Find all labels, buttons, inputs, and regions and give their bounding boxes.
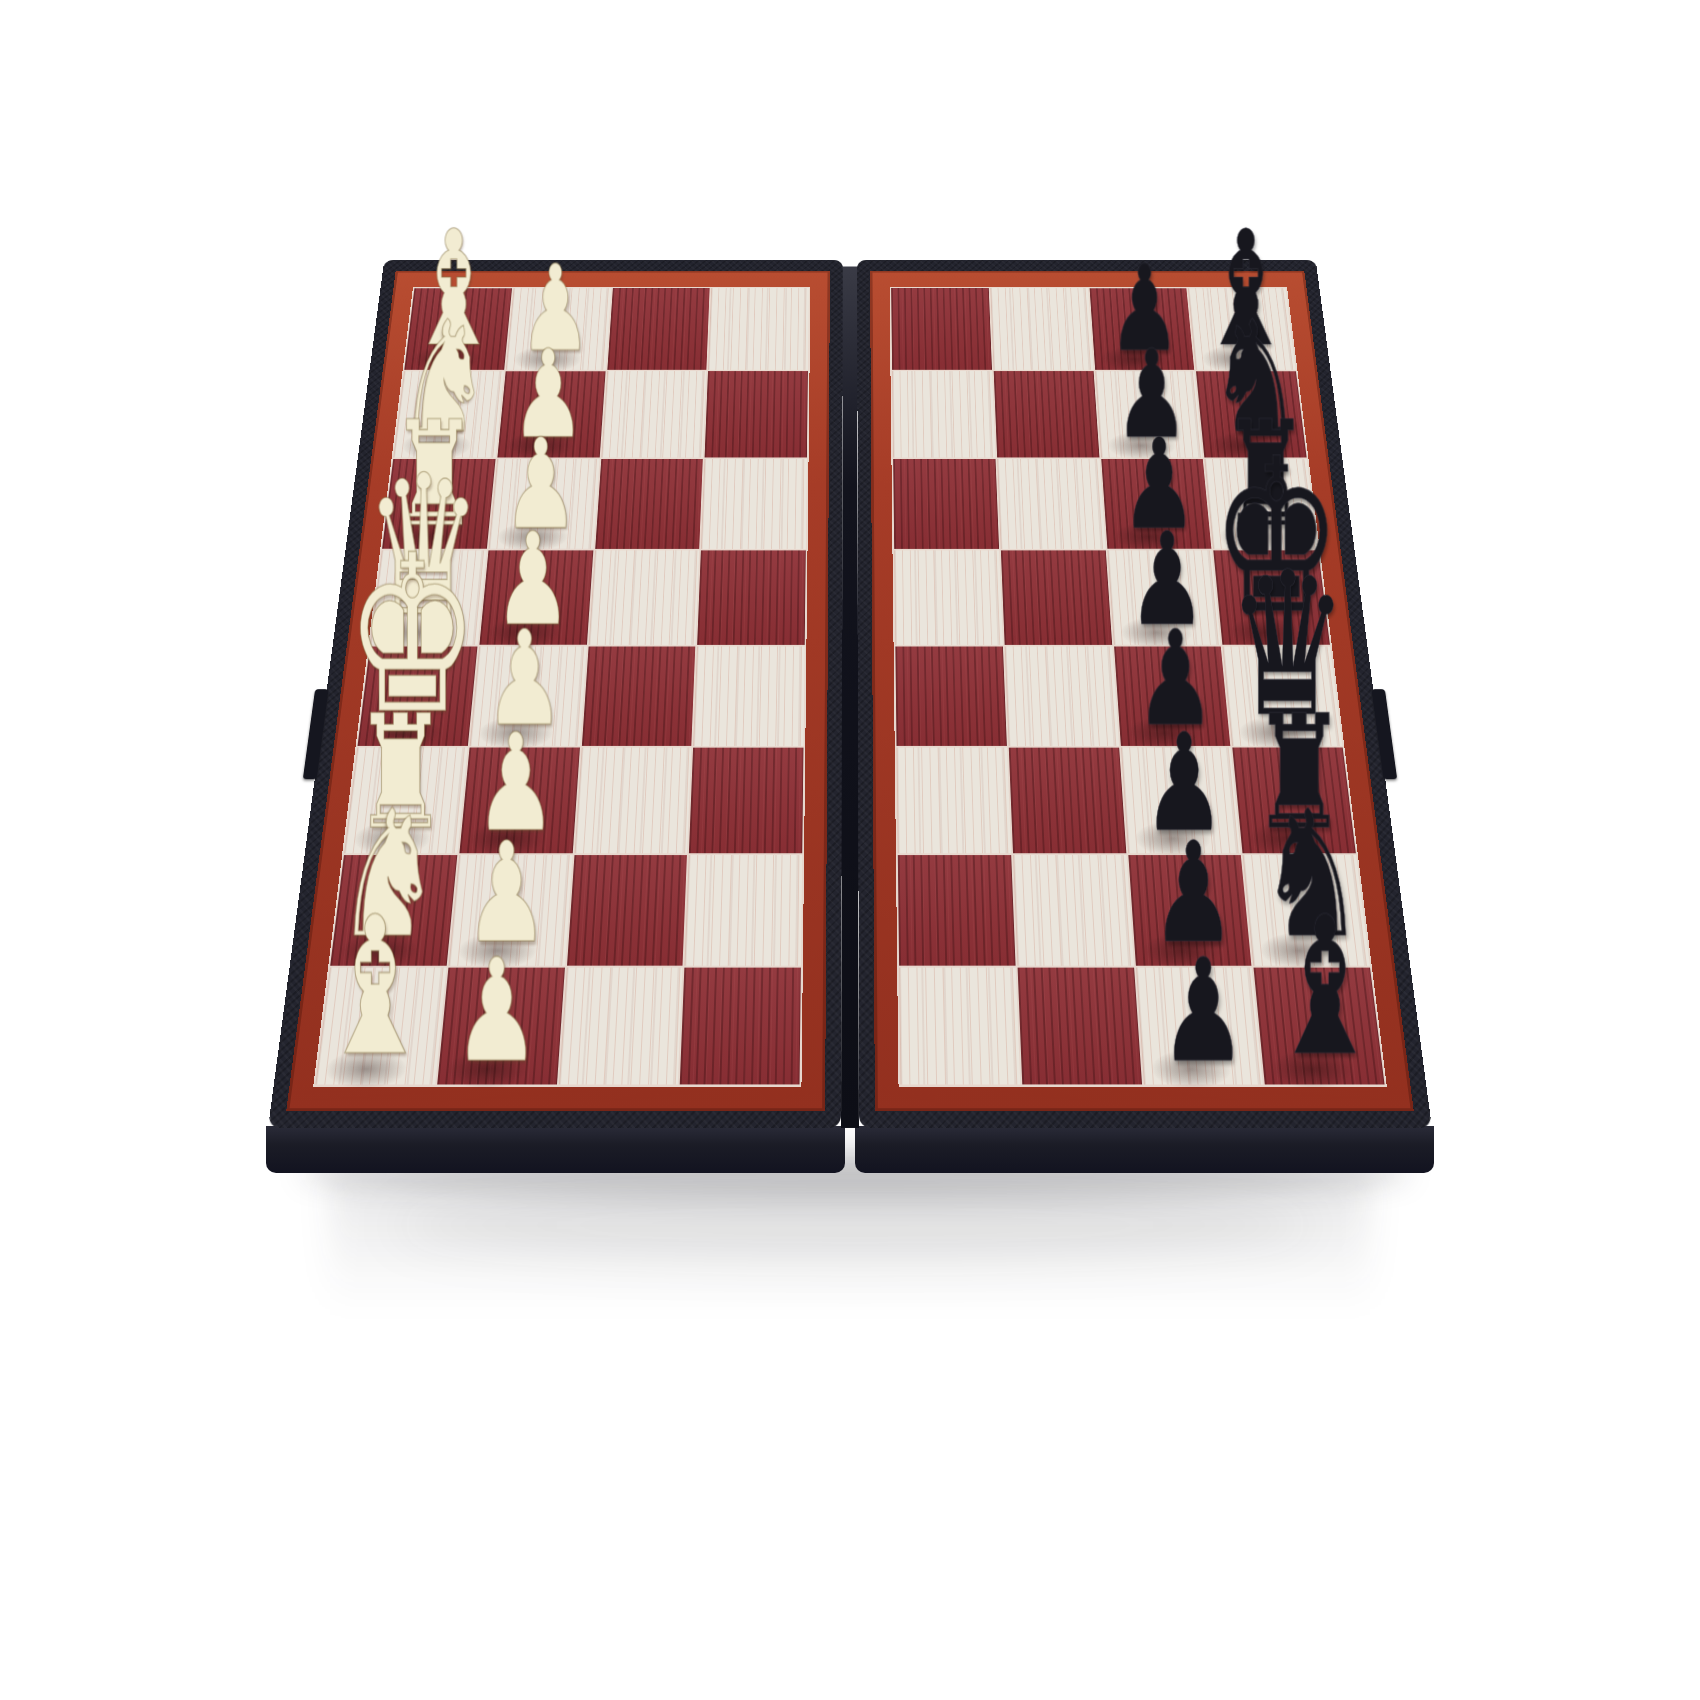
square-r0-c4 [891,288,992,370]
square-r6-c4 [898,855,1016,966]
square-r0-c3 [708,288,809,370]
square-r2-c3 [701,459,807,549]
product-photo: ♝♟♞♟♜♟♛♟♚♟♜♟♞♟♝♟♟♝♟♞♟♜♟♚♟♛♟♜♟♞♟♝ [0,0,1700,1700]
left-clasp [303,689,329,779]
square-r2-c5 [997,459,1105,549]
board-side-wall [266,1126,1434,1173]
checker-grid: ♟♝♟♞♟♜♟♚♟♛♟♜♟♞♟♝ [890,287,1387,1087]
square-r6-c5 [1013,855,1134,966]
square-r3-c2 [588,550,699,645]
board-side-wall-left [266,1126,845,1173]
square-r5-c2 [574,748,691,853]
hinge [841,266,859,1128]
square-r4-c2 [581,646,695,746]
square-r1-c4 [892,371,995,457]
square-r4-c5 [1004,646,1118,746]
chess-set-scene: ♝♟♞♟♜♟♛♟♚♟♜♟♞♟♝♟♟♝♟♞♟♜♟♚♟♛♟♜♟♞♟♝ [268,92,1432,1128]
board-right-half: ♟♝♟♞♟♜♟♚♟♛♟♜♟♞♟♝ [857,260,1432,1128]
square-r7-c5 [1017,967,1141,1084]
square-r7-c2 [558,967,682,1084]
red-border-stripe: ♟♝♟♞♟♜♟♚♟♛♟♜♟♞♟♝ [870,271,1414,1112]
square-r3-c5 [1001,550,1112,645]
square-r5-c4 [897,748,1011,853]
black-pawn-piece: ♟ [1160,939,1247,1082]
square-r2-c2 [595,459,703,549]
square-r4-c4 [895,646,1006,746]
white-bishop-piece: ♝ [317,891,433,1082]
square-r0-c5 [990,288,1093,370]
red-border-stripe: ♝♟♞♟♜♟♛♟♚♟♜♟♞♟♝♟ [286,271,830,1112]
square-r7-c1: ♟ [437,967,565,1084]
square-r2-c4 [893,459,999,549]
board-reflection [330,1180,1370,1310]
square-r7-c7: ♝ [1254,967,1385,1084]
square-r7-c3 [680,967,801,1084]
board-side-wall-right [855,1126,1434,1173]
square-r3-c4 [894,550,1002,645]
square-r5-c3 [689,748,803,853]
square-r1-c5 [993,371,1099,457]
square-r1-c2 [601,371,707,457]
checker-grid: ♝♟♞♟♜♟♛♟♚♟♜♟♞♟♝♟ [313,287,810,1087]
black-bishop-piece: ♝ [1266,891,1382,1082]
square-r7-c4 [899,967,1020,1084]
square-r5-c5 [1009,748,1126,853]
board-left-half: ♝♟♞♟♜♟♛♟♚♟♜♟♞♟♝♟ [268,260,843,1128]
square-r7-c6: ♟ [1136,967,1264,1084]
right-clasp [1371,689,1397,779]
square-r6-c3 [685,855,803,966]
square-r7-c0: ♝ [315,967,446,1084]
square-r6-c2 [567,855,688,966]
chess-board: ♝♟♞♟♜♟♛♟♚♟♜♟♞♟♝♟♟♝♟♞♟♜♟♚♟♛♟♜♟♞♟♝ [268,260,1432,1128]
square-r3-c3 [697,550,805,645]
square-r1-c3 [705,371,808,457]
white-pawn-piece: ♟ [453,939,540,1082]
square-r0-c2 [607,288,710,370]
square-r4-c3 [693,646,804,746]
